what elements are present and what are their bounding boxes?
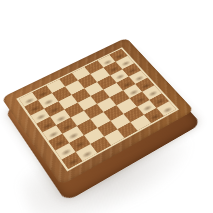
- black-pawn-glyph: ♟: [146, 99, 164, 118]
- chess-set-photo: ♜♟♟♜♞♟♟♞♝♟♟♝♚♟♟♚♛♟♟♛♝♟♟♝♞♟♟♞♜♟♟♜: [0, 0, 213, 213]
- white-rook-glyph: ♜: [63, 140, 85, 163]
